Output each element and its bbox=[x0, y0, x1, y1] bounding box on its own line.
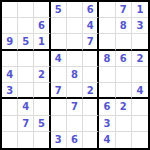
cell-r1c6[interactable]: 6 bbox=[83, 2, 99, 18]
cell-r5c9[interactable] bbox=[132, 67, 148, 83]
cell-r2c1[interactable] bbox=[2, 18, 18, 34]
cell-r8c4[interactable] bbox=[51, 116, 67, 132]
cell-r8c5[interactable] bbox=[67, 116, 83, 132]
cell-r9c7[interactable]: 4 bbox=[99, 132, 115, 148]
cell-r1c3[interactable] bbox=[34, 2, 50, 18]
cell-r3c3[interactable]: 1 bbox=[34, 34, 50, 50]
cell-r4c6[interactable] bbox=[83, 51, 99, 67]
cell-r2c4[interactable] bbox=[51, 18, 67, 34]
cell-r8c6[interactable] bbox=[83, 116, 99, 132]
cell-r6c8[interactable] bbox=[116, 83, 132, 99]
cell-r9c6[interactable] bbox=[83, 132, 99, 148]
cell-r1c1[interactable] bbox=[2, 2, 18, 18]
cell-r2c7[interactable] bbox=[99, 18, 115, 34]
cell-r1c5[interactable] bbox=[67, 2, 83, 18]
cell-r4c1[interactable] bbox=[2, 51, 18, 67]
cell-r9c4[interactable]: 3 bbox=[51, 132, 67, 148]
cell-r7c4[interactable] bbox=[51, 99, 67, 115]
cell-r5c7[interactable] bbox=[99, 67, 115, 83]
cell-r1c9[interactable]: 1 bbox=[132, 2, 148, 18]
cell-r4c8[interactable]: 6 bbox=[116, 51, 132, 67]
cell-r9c1[interactable] bbox=[2, 132, 18, 148]
cell-r1c7[interactable] bbox=[99, 2, 115, 18]
cell-r6c1[interactable]: 3 bbox=[2, 83, 18, 99]
cell-r2c5[interactable] bbox=[67, 18, 83, 34]
cell-r3c2[interactable]: 5 bbox=[18, 34, 34, 50]
cell-r1c4[interactable]: 5 bbox=[51, 2, 67, 18]
cell-r7c5[interactable]: 7 bbox=[67, 99, 83, 115]
cell-r8c7[interactable]: 3 bbox=[99, 116, 115, 132]
cell-r6c3[interactable] bbox=[34, 83, 50, 99]
cell-r6c2[interactable] bbox=[18, 83, 34, 99]
cell-r2c3[interactable]: 6 bbox=[34, 18, 50, 34]
cell-r7c3[interactable] bbox=[34, 99, 50, 115]
cell-r6c6[interactable]: 2 bbox=[83, 83, 99, 99]
cell-r4c2[interactable] bbox=[18, 51, 34, 67]
cell-r6c9[interactable]: 4 bbox=[132, 83, 148, 99]
cell-r5c8[interactable] bbox=[116, 67, 132, 83]
cell-r8c2[interactable]: 7 bbox=[18, 116, 34, 132]
cell-r3c7[interactable] bbox=[99, 34, 115, 50]
cell-r1c2[interactable] bbox=[18, 2, 34, 18]
cell-r8c9[interactable] bbox=[132, 116, 148, 132]
cell-r5c3[interactable]: 2 bbox=[34, 67, 50, 83]
cell-r6c4[interactable]: 7 bbox=[51, 83, 67, 99]
cell-r3c9[interactable] bbox=[132, 34, 148, 50]
cell-r9c3[interactable] bbox=[34, 132, 50, 148]
cell-r6c5[interactable] bbox=[67, 83, 83, 99]
cell-r4c7[interactable]: 8 bbox=[99, 51, 115, 67]
cell-r3c6[interactable]: 7 bbox=[83, 34, 99, 50]
cell-r7c7[interactable]: 6 bbox=[99, 99, 115, 115]
cell-r9c5[interactable]: 6 bbox=[67, 132, 83, 148]
cell-r2c2[interactable] bbox=[18, 18, 34, 34]
cell-r9c9[interactable] bbox=[132, 132, 148, 148]
cell-r5c1[interactable]: 4 bbox=[2, 67, 18, 83]
cell-r9c2[interactable] bbox=[18, 132, 34, 148]
cell-r4c9[interactable]: 2 bbox=[132, 51, 148, 67]
cell-r7c2[interactable]: 4 bbox=[18, 99, 34, 115]
cell-r5c2[interactable] bbox=[18, 67, 34, 83]
cell-r8c1[interactable] bbox=[2, 116, 18, 132]
cell-r5c6[interactable] bbox=[83, 67, 99, 83]
cell-r7c1[interactable] bbox=[2, 99, 18, 115]
cell-r6c7[interactable] bbox=[99, 83, 115, 99]
cell-r3c5[interactable] bbox=[67, 34, 83, 50]
cell-r2c6[interactable]: 4 bbox=[83, 18, 99, 34]
cell-r3c1[interactable]: 9 bbox=[2, 34, 18, 50]
cell-r7c6[interactable] bbox=[83, 99, 99, 115]
cell-r8c8[interactable] bbox=[116, 116, 132, 132]
cell-r4c3[interactable] bbox=[34, 51, 50, 67]
cell-r7c8[interactable]: 2 bbox=[116, 99, 132, 115]
cell-r4c5[interactable] bbox=[67, 51, 83, 67]
cell-r5c4[interactable] bbox=[51, 67, 67, 83]
cell-r9c8[interactable] bbox=[116, 132, 132, 148]
cell-r8c3[interactable]: 5 bbox=[34, 116, 50, 132]
cell-r5c5[interactable]: 8 bbox=[67, 67, 83, 83]
cell-r2c9[interactable]: 3 bbox=[132, 18, 148, 34]
cell-r1c8[interactable]: 7 bbox=[116, 2, 132, 18]
cell-r2c8[interactable]: 8 bbox=[116, 18, 132, 34]
cell-r4c4[interactable]: 4 bbox=[51, 51, 67, 67]
sudoku-board: 567164839517486242837244762753364 bbox=[0, 0, 150, 150]
cell-r7c9[interactable] bbox=[132, 99, 148, 115]
cell-r3c4[interactable] bbox=[51, 34, 67, 50]
cell-r3c8[interactable] bbox=[116, 34, 132, 50]
